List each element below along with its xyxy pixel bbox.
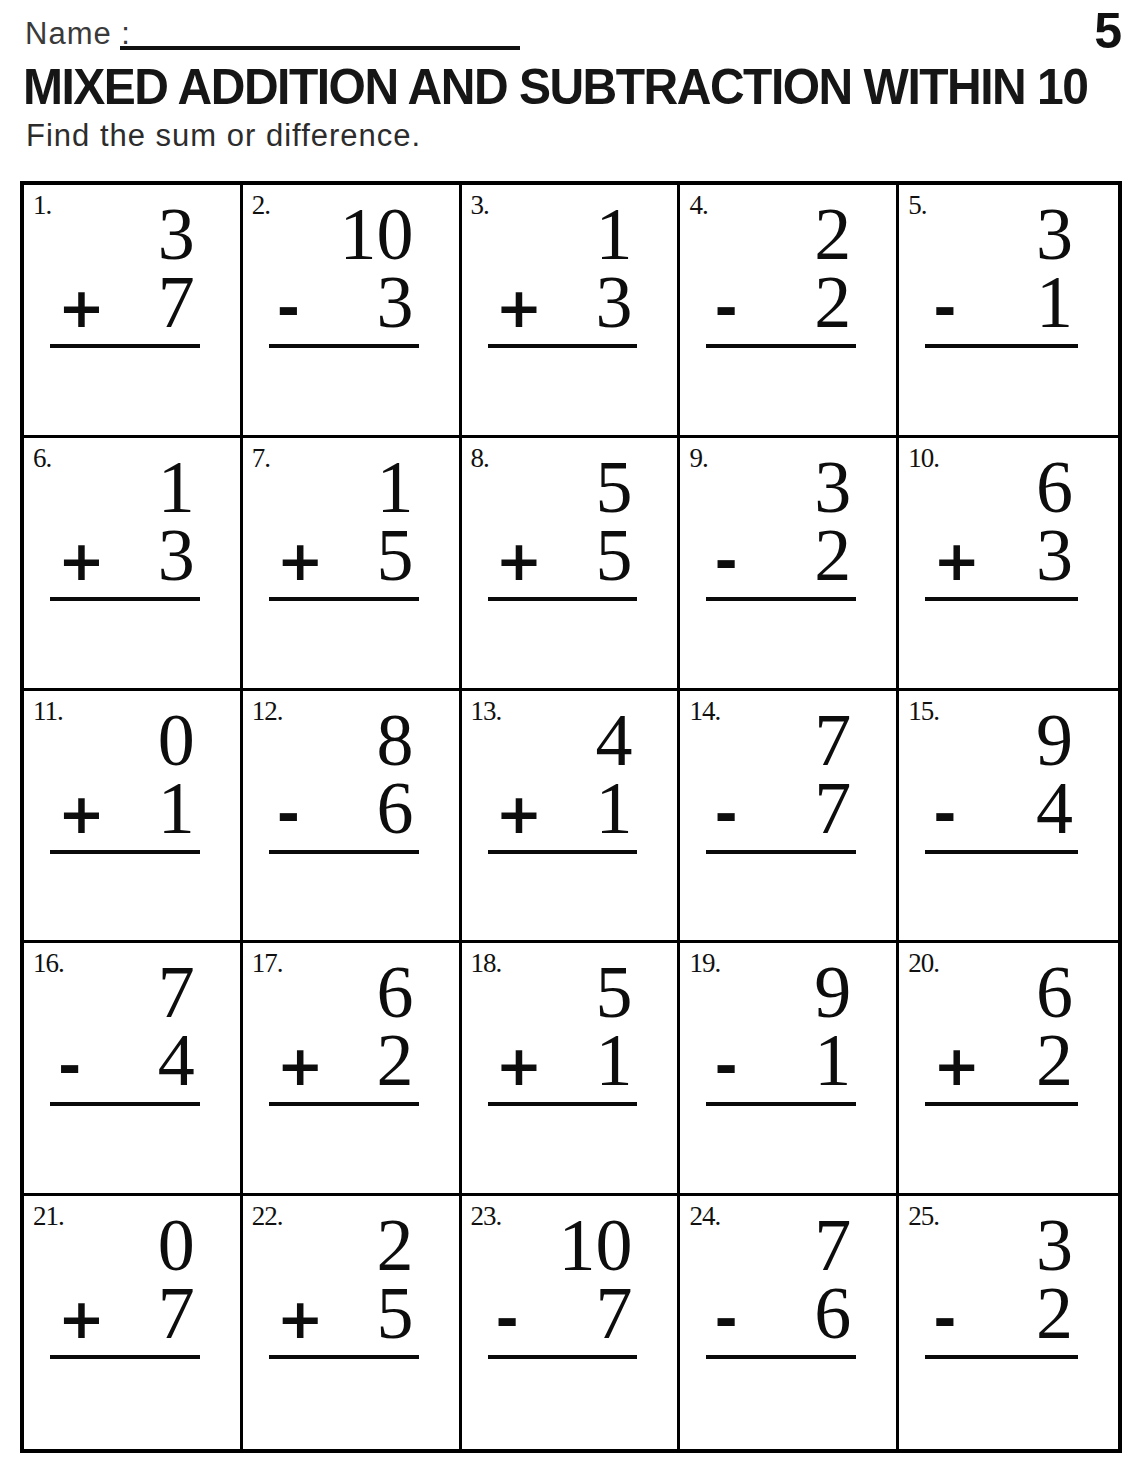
problem-number: 13. [471, 696, 502, 727]
bottom-operand: 1 [1036, 267, 1073, 337]
problem-cell: 1. 3 + 7 [24, 185, 243, 438]
problem-number: 17. [252, 948, 283, 979]
bottom-operand: 1 [595, 1025, 632, 1095]
problem-work: 6 + 2 [899, 959, 1118, 1106]
answer-blank-line[interactable] [488, 597, 638, 601]
operator-sign: + [58, 1284, 105, 1354]
bottom-operand: 7 [814, 773, 851, 843]
bottom-row: + 2 [899, 1025, 1118, 1095]
bottom-row: - 7 [462, 1278, 678, 1348]
problem-number: 4. [689, 190, 707, 221]
problem-cell: 24. 7 - 6 [680, 1196, 899, 1449]
bottom-operand: 3 [377, 267, 414, 337]
bottom-operand: 4 [1036, 773, 1073, 843]
problem-cell: 17. 6 + 2 [243, 943, 462, 1196]
bottom-operand: 2 [814, 267, 851, 337]
bottom-operand: 3 [158, 520, 195, 590]
problem-number: 21. [33, 1201, 64, 1232]
problem-cell: 5. 3 - 1 [899, 185, 1118, 438]
answer-blank-line[interactable] [50, 850, 200, 854]
name-label: Name : [25, 16, 131, 52]
problem-number: 24. [689, 1201, 720, 1232]
operator-sign: + [496, 526, 543, 596]
problem-cell: 4. 2 - 2 [680, 185, 899, 438]
problem-number: 18. [471, 948, 502, 979]
bottom-row: + 5 [243, 1278, 459, 1348]
top-operand: 2 [680, 201, 896, 267]
bottom-row: + 7 [24, 267, 240, 337]
problem-number: 12. [252, 696, 283, 727]
problem-work: 7 - 4 [24, 959, 240, 1106]
problem-number: 22. [252, 1201, 283, 1232]
problem-work: 10 - 7 [462, 1212, 678, 1359]
answer-blank-line[interactable] [925, 597, 1078, 601]
top-operand: 1 [243, 454, 459, 520]
bottom-operand: 2 [1036, 1025, 1073, 1095]
page-number: 5 [1094, 2, 1122, 60]
answer-blank-line[interactable] [925, 850, 1078, 854]
bottom-row: + 5 [462, 520, 678, 590]
bottom-operand: 3 [595, 267, 632, 337]
problem-work: 3 + 7 [24, 201, 240, 348]
bottom-operand: 6 [377, 773, 414, 843]
bottom-row: - 4 [24, 1025, 240, 1095]
operator-sign: + [277, 1284, 324, 1354]
operator-sign: - [496, 1284, 519, 1354]
bottom-operand: 1 [595, 773, 632, 843]
answer-blank-line[interactable] [269, 1102, 419, 1106]
answer-blank-line[interactable] [269, 344, 419, 348]
bottom-row: + 1 [24, 773, 240, 843]
problem-work: 3 - 1 [899, 201, 1118, 348]
bottom-row: + 2 [243, 1025, 459, 1095]
bottom-row: - 4 [899, 773, 1118, 843]
problem-cell: 8. 5 + 5 [462, 438, 681, 691]
problem-cell: 21. 0 + 7 [24, 1196, 243, 1449]
problem-cell: 14. 7 - 7 [680, 691, 899, 944]
bottom-row: + 1 [462, 1025, 678, 1095]
worksheet-instructions: Find the sum or difference. [26, 118, 421, 154]
bottom-row: - 3 [243, 267, 459, 337]
bottom-row: + 7 [24, 1278, 240, 1348]
bottom-row: + 3 [899, 520, 1118, 590]
problem-number: 16. [33, 948, 64, 979]
problem-number: 14. [689, 696, 720, 727]
problem-number: 6. [33, 443, 51, 474]
operator-sign: + [496, 779, 543, 849]
answer-blank-line[interactable] [488, 850, 638, 854]
problem-cell: 20. 6 + 2 [899, 943, 1118, 1196]
bottom-row: - 1 [899, 267, 1118, 337]
problem-number: 20. [908, 948, 939, 979]
worksheet-title: MIXED ADDITION AND SUBTRACTION WITHIN 10 [23, 58, 1087, 116]
operator-sign: - [933, 1284, 956, 1354]
problem-work: 0 + 1 [24, 707, 240, 854]
problem-cell: 22. 2 + 5 [243, 1196, 462, 1449]
bottom-row: - 2 [680, 267, 896, 337]
problem-cell: 15. 9 - 4 [899, 691, 1118, 944]
operator-sign: + [933, 1031, 980, 1101]
problem-cell: 11. 0 + 1 [24, 691, 243, 944]
problem-number: 10. [908, 443, 939, 474]
operator-sign: + [277, 1031, 324, 1101]
bottom-operand: 2 [1036, 1278, 1073, 1348]
bottom-operand: 1 [814, 1025, 851, 1095]
problem-number: 23. [471, 1201, 502, 1232]
bottom-operand: 5 [377, 1278, 414, 1348]
problem-work: 7 - 7 [680, 707, 896, 854]
problem-cell: 3. 1 + 3 [462, 185, 681, 438]
problem-number: 2. [252, 190, 270, 221]
problem-cell: 16. 7 - 4 [24, 943, 243, 1196]
bottom-row: - 6 [243, 773, 459, 843]
operator-sign: + [496, 1031, 543, 1101]
bottom-row: + 5 [243, 520, 459, 590]
problem-cell: 13. 4 + 1 [462, 691, 681, 944]
top-operand: 1 [24, 454, 240, 520]
problem-work: 9 - 4 [899, 707, 1118, 854]
top-operand: 3 [680, 454, 896, 520]
problem-cell: 25. 3 - 2 [899, 1196, 1118, 1449]
answer-blank-line[interactable] [706, 597, 856, 601]
answer-blank-line[interactable] [706, 1102, 856, 1106]
answer-blank-line[interactable] [50, 1102, 200, 1106]
problem-cell: 12. 8 - 6 [243, 691, 462, 944]
problem-work: 10 - 3 [243, 201, 459, 348]
worksheet-page: Name : 5 MIXED ADDITION AND SUBTRACTION … [0, 0, 1140, 1475]
answer-blank-line[interactable] [925, 1102, 1078, 1106]
answer-blank-line[interactable] [488, 1355, 638, 1359]
operator-sign: - [714, 273, 737, 343]
problem-work: 1 + 5 [243, 454, 459, 601]
problem-number: 3. [471, 190, 489, 221]
problem-number: 8. [471, 443, 489, 474]
problem-cell: 19. 9 - 1 [680, 943, 899, 1196]
bottom-row: - 2 [899, 1278, 1118, 1348]
problem-cell: 18. 5 + 1 [462, 943, 681, 1196]
problem-number: 9. [689, 443, 707, 474]
problem-cell: 6. 1 + 3 [24, 438, 243, 691]
bottom-operand: 3 [1036, 520, 1073, 590]
problem-grid: 1. 3 + 7 2. 10 - 3 3. [20, 181, 1122, 1453]
answer-blank-line[interactable] [50, 344, 200, 348]
problem-work: 2 + 5 [243, 1212, 459, 1359]
problem-number: 1. [33, 190, 51, 221]
bottom-operand: 1 [158, 773, 195, 843]
problem-number: 15. [908, 696, 939, 727]
problem-number: 5. [908, 190, 926, 221]
answer-blank-line[interactable] [706, 344, 856, 348]
answer-blank-line[interactable] [50, 597, 200, 601]
problem-work: 3 - 2 [899, 1212, 1118, 1359]
answer-blank-line[interactable] [925, 1355, 1078, 1359]
problem-work: 1 + 3 [462, 201, 678, 348]
top-operand: 1 [462, 201, 678, 267]
answer-blank-line[interactable] [706, 850, 856, 854]
top-operand: 3 [24, 201, 240, 267]
bottom-row: + 3 [462, 267, 678, 337]
problem-work: 9 - 1 [680, 959, 896, 1106]
bottom-row: - 7 [680, 773, 896, 843]
problem-work: 8 - 6 [243, 707, 459, 854]
problem-cell: 2. 10 - 3 [243, 185, 462, 438]
bottom-operand: 7 [595, 1278, 632, 1348]
answer-blank-line[interactable] [488, 344, 638, 348]
problem-number: 19. [689, 948, 720, 979]
operator-sign: + [277, 526, 324, 596]
problem-number: 11. [33, 696, 63, 727]
problem-number: 7. [252, 443, 270, 474]
operator-sign: - [277, 273, 300, 343]
top-operand: 5 [462, 454, 678, 520]
operator-sign: - [714, 1284, 737, 1354]
bottom-operand: 7 [158, 267, 195, 337]
bottom-operand: 6 [814, 1278, 851, 1348]
bottom-operand: 4 [158, 1025, 195, 1095]
top-operand: 10 [243, 201, 459, 267]
operator-sign: + [58, 526, 105, 596]
problem-work: 0 + 7 [24, 1212, 240, 1359]
operator-sign: + [58, 273, 105, 343]
answer-blank-line[interactable] [269, 1355, 419, 1359]
answer-blank-line[interactable] [269, 850, 419, 854]
answer-blank-line[interactable] [706, 1355, 856, 1359]
problem-cell: 7. 1 + 5 [243, 438, 462, 691]
answer-blank-line[interactable] [925, 344, 1078, 348]
bottom-row: + 3 [24, 520, 240, 590]
problem-work: 1 + 3 [24, 454, 240, 601]
problem-work: 3 - 2 [680, 454, 896, 601]
operator-sign: - [714, 779, 737, 849]
operator-sign: + [496, 273, 543, 343]
answer-blank-line[interactable] [269, 597, 419, 601]
operator-sign: - [58, 1031, 81, 1101]
bottom-row: - 1 [680, 1025, 896, 1095]
problem-work: 6 + 2 [243, 959, 459, 1106]
operator-sign: - [277, 779, 300, 849]
problem-work: 7 - 6 [680, 1212, 896, 1359]
problem-number: 25. [908, 1201, 939, 1232]
bottom-row: - 2 [680, 520, 896, 590]
bottom-operand: 5 [595, 520, 632, 590]
answer-blank-line[interactable] [488, 1102, 638, 1106]
operator-sign: - [714, 526, 737, 596]
bottom-operand: 5 [377, 520, 414, 590]
bottom-operand: 7 [158, 1278, 195, 1348]
top-operand: 3 [899, 201, 1118, 267]
operator-sign: - [933, 273, 956, 343]
problem-cell: 23. 10 - 7 [462, 1196, 681, 1449]
operator-sign: + [933, 526, 980, 596]
problem-cell: 9. 3 - 2 [680, 438, 899, 691]
name-input-line[interactable] [120, 14, 520, 50]
problem-work: 2 - 2 [680, 201, 896, 348]
problem-work: 4 + 1 [462, 707, 678, 854]
operator-sign: - [933, 779, 956, 849]
operator-sign: - [714, 1031, 737, 1101]
bottom-operand: 2 [377, 1025, 414, 1095]
problem-cell: 10. 6 + 3 [899, 438, 1118, 691]
answer-blank-line[interactable] [50, 1355, 200, 1359]
bottom-row: + 1 [462, 773, 678, 843]
problem-work: 5 + 5 [462, 454, 678, 601]
bottom-operand: 2 [814, 520, 851, 590]
bottom-row: - 6 [680, 1278, 896, 1348]
problem-work: 5 + 1 [462, 959, 678, 1106]
operator-sign: + [58, 779, 105, 849]
problem-work: 6 + 3 [899, 454, 1118, 601]
